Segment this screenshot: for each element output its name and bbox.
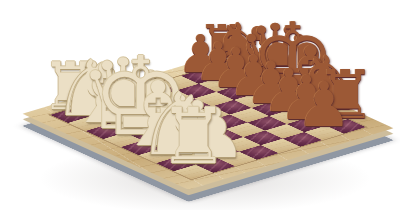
chess-set-photo: ♜♞♝♛♚♝♞♜♟♟♟♟♟♟♟♟♟♟♟♟♟♟♟♟♜♞♝♛♚♝♞♜ xyxy=(0,0,400,218)
pieces-layer: ♜♞♝♛♚♝♞♜♟♟♟♟♟♟♟♟♟♟♟♟♟♟♟♟♜♞♝♛♚♝♞♜ xyxy=(0,0,400,218)
piece-brown-pawn[interactable]: ♟ xyxy=(296,74,352,136)
piece-white-rook[interactable]: ♜ xyxy=(159,98,228,175)
